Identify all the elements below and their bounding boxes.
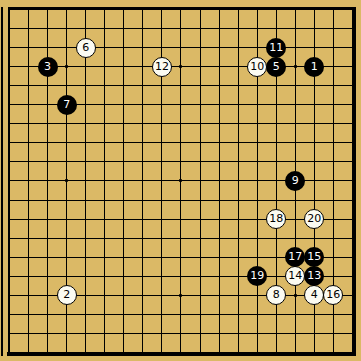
grid-hline: [8, 314, 354, 315]
grid-hline: [8, 333, 354, 334]
grid-vline: [238, 8, 239, 354]
white-stone-6: 6: [76, 38, 96, 58]
black-stone-5: 5: [266, 57, 286, 77]
black-stone-3: 3: [38, 57, 58, 77]
star-point: [294, 294, 297, 297]
frame-right: [352, 7, 357, 356]
white-stone-8: 8: [266, 285, 286, 305]
white-stone-18: 18: [266, 209, 286, 229]
frame-left: [1, 7, 3, 356]
grid-hline: [8, 219, 354, 220]
star-point: [65, 65, 68, 68]
black-stone-7: 7: [57, 95, 77, 115]
white-stone-12: 12: [152, 57, 172, 77]
white-stone-20: 20: [304, 209, 324, 229]
black-stone-1: 1: [304, 57, 324, 77]
black-stone-13: 13: [304, 266, 324, 286]
black-stone-11: 11: [266, 38, 286, 58]
star-point: [179, 294, 182, 297]
black-stone-9: 9: [285, 171, 305, 191]
grid-hline: [8, 238, 354, 239]
white-stone-14: 14: [285, 266, 305, 286]
frame-bottom: [7, 352, 356, 357]
go-board: 1234567891011121314151617181920: [0, 0, 361, 361]
grid-vline: [200, 8, 201, 354]
star-point: [65, 179, 68, 182]
grid-vline: [219, 8, 220, 354]
black-stone-17: 17: [285, 247, 305, 267]
grid-hline: [8, 200, 354, 201]
white-stone-16: 16: [323, 285, 343, 305]
white-stone-2: 2: [57, 285, 77, 305]
star-point: [179, 179, 182, 182]
star-point: [294, 65, 297, 68]
white-stone-10: 10: [247, 57, 267, 77]
black-stone-19: 19: [247, 266, 267, 286]
white-stone-4: 4: [304, 285, 324, 305]
star-point: [179, 65, 182, 68]
black-stone-15: 15: [304, 247, 324, 267]
